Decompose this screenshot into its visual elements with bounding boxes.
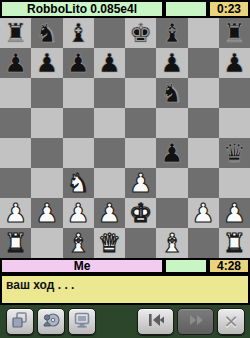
square-a6[interactable] (0, 78, 31, 108)
square-h3[interactable] (219, 168, 250, 198)
square-d6[interactable] (94, 78, 125, 108)
square-b4[interactable] (31, 138, 62, 168)
square-d5[interactable] (94, 108, 125, 138)
square-c3[interactable]: ♞ (63, 168, 94, 198)
computer-button[interactable] (68, 308, 96, 335)
piece-black-pawn: ♟ (98, 48, 121, 78)
square-b3[interactable] (31, 168, 62, 198)
square-g5[interactable] (188, 108, 219, 138)
piece-black-knight: ♞ (35, 18, 58, 48)
piece-white-king: ♚ (129, 198, 152, 228)
square-a8[interactable]: ♜ (0, 18, 31, 48)
square-h1[interactable]: ♜ (219, 228, 250, 258)
square-b7[interactable]: ♟ (31, 48, 62, 78)
player-info-cell (165, 259, 207, 273)
square-f2[interactable] (156, 198, 187, 228)
engine-info-cell (165, 1, 207, 17)
piece-black-king: ♚ (129, 18, 152, 48)
person-disc-icon (42, 311, 60, 333)
square-c6[interactable] (63, 78, 94, 108)
overlapping-squares-icon (11, 311, 29, 333)
piece-white-pawn: ♟ (66, 198, 89, 228)
piece-white-rook: ♜ (223, 228, 246, 258)
player-bar: Me 4:28 (0, 258, 250, 274)
square-c2[interactable]: ♟ (63, 198, 94, 228)
player-name: Me (1, 259, 163, 273)
square-d8[interactable] (94, 18, 125, 48)
piece-black-pawn: ♟ (4, 48, 27, 78)
square-b8[interactable]: ♞ (31, 18, 62, 48)
close-button[interactable]: ✕ (217, 308, 245, 335)
square-c7[interactable]: ♟ (63, 48, 94, 78)
square-a1[interactable]: ♜ (0, 228, 31, 258)
square-c4[interactable] (63, 138, 94, 168)
piece-white-pawn: ♟ (191, 198, 214, 228)
piece-black-rook: ♜ (223, 18, 246, 48)
square-d3[interactable] (94, 168, 125, 198)
square-h6[interactable] (219, 78, 250, 108)
square-a5[interactable] (0, 108, 31, 138)
piece-white-rook: ♜ (4, 228, 27, 258)
square-g3[interactable] (188, 168, 219, 198)
close-icon: ✕ (223, 311, 238, 333)
square-h7[interactable]: ♟ (219, 48, 250, 78)
square-a2[interactable]: ♟ (0, 198, 31, 228)
square-h5[interactable] (219, 108, 250, 138)
piece-black-pawn: ♟ (223, 48, 246, 78)
square-c5[interactable] (63, 108, 94, 138)
square-a4[interactable] (0, 138, 31, 168)
square-c8[interactable]: ♝ (63, 18, 94, 48)
piece-black-rook: ♜ (4, 18, 27, 48)
square-f4[interactable]: ♟ (156, 138, 187, 168)
takeback-button[interactable] (137, 308, 174, 335)
square-f5[interactable] (156, 108, 187, 138)
square-h4[interactable]: ♛ (219, 138, 250, 168)
piece-white-pawn: ♟ (223, 198, 246, 228)
piece-white-bishop: ♝ (160, 228, 183, 258)
rewind-icon (146, 312, 166, 332)
toolbar: ✕ (0, 305, 250, 338)
square-d4[interactable] (94, 138, 125, 168)
square-f6[interactable]: ♞ (156, 78, 187, 108)
square-f1[interactable]: ♝ (156, 228, 187, 258)
square-e4[interactable] (125, 138, 156, 168)
square-d1[interactable]: ♛ (94, 228, 125, 258)
square-e1[interactable] (125, 228, 156, 258)
piece-black-pawn: ♟ (66, 48, 89, 78)
piece-white-pawn: ♟ (35, 198, 58, 228)
player-clock: 4:28 (209, 259, 249, 273)
engine-bar: RobboLito 0.085e4l 0:23 (0, 0, 250, 18)
engine-name: RobboLito 0.085e4l (1, 1, 163, 17)
piece-white-queen: ♛ (98, 228, 121, 258)
square-a7[interactable]: ♟ (0, 48, 31, 78)
piece-white-pawn: ♟ (98, 198, 121, 228)
piece-black-pawn: ♟ (160, 138, 183, 168)
square-c1[interactable]: ♝ (63, 228, 94, 258)
square-b6[interactable] (31, 78, 62, 108)
piece-black-knight: ♞ (160, 78, 183, 108)
chess-board[interactable]: ♜♞♝♚♝♜♟♟♟♟♟♟♞♟♛♞♟♟♟♟♟♚♟♟♜♝♛♝♜ (0, 18, 250, 258)
square-h8[interactable]: ♜ (219, 18, 250, 48)
square-b5[interactable] (31, 108, 62, 138)
square-d2[interactable]: ♟ (94, 198, 125, 228)
square-f7[interactable]: ♟ (156, 48, 187, 78)
forward-button (177, 308, 214, 335)
square-g1[interactable] (188, 228, 219, 258)
engine-clock: 0:23 (209, 1, 249, 17)
fast-forward-icon (186, 312, 206, 332)
piece-black-pawn: ♟ (35, 48, 58, 78)
piece-white-knight: ♞ (66, 168, 89, 198)
square-e2[interactable]: ♚ (125, 198, 156, 228)
square-e8[interactable]: ♚ (125, 18, 156, 48)
square-d7[interactable]: ♟ (94, 48, 125, 78)
square-e6[interactable] (125, 78, 156, 108)
square-g2[interactable]: ♟ (188, 198, 219, 228)
square-g4[interactable] (188, 138, 219, 168)
square-g8[interactable] (188, 18, 219, 48)
square-a3[interactable] (0, 168, 31, 198)
piece-black-bishop: ♝ (160, 18, 183, 48)
square-b1[interactable] (31, 228, 62, 258)
square-g7[interactable] (188, 48, 219, 78)
status-area: ваш ход . . . (0, 274, 250, 305)
square-e7[interactable] (125, 48, 156, 78)
square-h2[interactable]: ♟ (219, 198, 250, 228)
piece-black-pawn: ♟ (160, 48, 183, 78)
square-f3[interactable] (156, 168, 187, 198)
piece-black-bishop: ♝ (66, 18, 89, 48)
piece-white-pawn: ♟ (4, 198, 27, 228)
piece-white-bishop: ♝ (66, 228, 89, 258)
monitor-icon (73, 311, 91, 333)
status-message: ваш ход . . . (1, 275, 249, 304)
piece-white-pawn: ♟ (129, 168, 152, 198)
piece-black-queen: ♛ (223, 138, 246, 168)
square-e3[interactable]: ♟ (125, 168, 156, 198)
square-g6[interactable] (188, 78, 219, 108)
square-b2[interactable]: ♟ (31, 198, 62, 228)
boards-button[interactable] (6, 308, 34, 335)
square-f8[interactable]: ♝ (156, 18, 187, 48)
square-e5[interactable] (125, 108, 156, 138)
player-engine-button[interactable] (37, 308, 65, 335)
